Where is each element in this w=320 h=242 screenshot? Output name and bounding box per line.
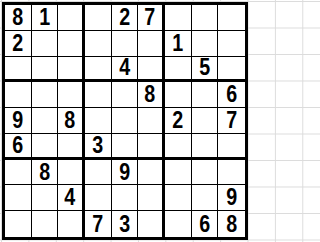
given-digit: 2 xyxy=(12,31,23,56)
sudoku-cell-r5c1[interactable]: 9 xyxy=(5,108,32,134)
sudoku-cell-r4c1[interactable] xyxy=(5,82,32,108)
given-digit: 6 xyxy=(199,212,210,237)
sudoku-cell-r4c5[interactable] xyxy=(112,82,139,108)
sudoku-cell-r7c8[interactable] xyxy=(192,160,219,186)
given-digit: 7 xyxy=(226,108,237,133)
sudoku-cell-r6c7[interactable] xyxy=(165,134,192,160)
sudoku-cell-r9c9[interactable]: 8 xyxy=(218,211,245,237)
sudoku-cell-r8c9[interactable]: 9 xyxy=(218,185,245,211)
sudoku-cell-r2c4[interactable] xyxy=(85,31,112,57)
sudoku-cell-r8c8[interactable] xyxy=(192,185,219,211)
sudoku-cell-r1c8[interactable] xyxy=(192,5,219,31)
given-digit: 3 xyxy=(92,134,103,158)
sudoku-cell-r4c2[interactable] xyxy=(32,82,59,108)
sudoku-cell-r3c9[interactable] xyxy=(218,57,245,83)
sudoku-cell-r1c5[interactable]: 2 xyxy=(112,5,139,31)
sudoku-cell-r2c3[interactable] xyxy=(58,31,85,57)
given-digit: 8 xyxy=(39,160,50,185)
sudoku-cell-r5c3[interactable]: 8 xyxy=(58,108,85,134)
sudoku-cell-r2c1[interactable]: 2 xyxy=(5,31,32,57)
sudoku-cell-r1c1[interactable]: 8 xyxy=(5,5,32,31)
sudoku-cell-r4c8[interactable] xyxy=(192,82,219,108)
sudoku-cell-r2c9[interactable] xyxy=(218,31,245,57)
sudoku-cell-r1c2[interactable]: 1 xyxy=(32,5,59,31)
sudoku-cell-r5c7[interactable]: 2 xyxy=(165,108,192,134)
sudoku-cell-r7c5[interactable]: 9 xyxy=(112,160,139,186)
sudoku-cell-r9c5[interactable]: 3 xyxy=(112,211,139,237)
sudoku-cell-r6c2[interactable] xyxy=(32,134,59,160)
sudoku-cell-r2c8[interactable] xyxy=(192,31,219,57)
sudoku-cell-r7c7[interactable] xyxy=(165,160,192,186)
sudoku-cell-r3c8[interactable]: 5 xyxy=(192,57,219,83)
sudoku-cell-r5c6[interactable] xyxy=(138,108,165,134)
given-digit: 6 xyxy=(12,134,23,158)
sudoku-cell-r5c2[interactable] xyxy=(32,108,59,134)
sudoku-cell-r4c7[interactable] xyxy=(165,82,192,108)
given-digit: 7 xyxy=(92,212,103,237)
sudoku-cell-r8c4[interactable] xyxy=(85,185,112,211)
sudoku-cell-r1c6[interactable]: 7 xyxy=(138,5,165,31)
given-digit: 9 xyxy=(119,160,130,185)
given-digit: 1 xyxy=(172,31,183,56)
page-background: { "game": "sudoku", "position": "81..27.… xyxy=(0,0,250,242)
given-digit: 9 xyxy=(226,185,237,210)
sudoku-cell-r6c3[interactable] xyxy=(58,134,85,160)
sudoku-cell-r9c3[interactable] xyxy=(58,211,85,237)
given-digit: 2 xyxy=(172,108,183,133)
sudoku-cell-r9c2[interactable] xyxy=(32,211,59,237)
sudoku-cell-r7c3[interactable] xyxy=(58,160,85,186)
sudoku-cell-r8c5[interactable] xyxy=(112,185,139,211)
given-digit: 9 xyxy=(12,108,23,133)
sudoku-cell-r7c9[interactable] xyxy=(218,160,245,186)
sudoku-cell-r8c7[interactable] xyxy=(165,185,192,211)
given-digit: 8 xyxy=(12,5,23,30)
given-digit: 8 xyxy=(226,212,237,237)
sudoku-cell-r2c5[interactable] xyxy=(112,31,139,57)
sudoku-cell-r5c5[interactable] xyxy=(112,108,139,134)
sudoku-cell-r5c9[interactable]: 7 xyxy=(218,108,245,134)
sudoku-cell-r6c4[interactable]: 3 xyxy=(85,134,112,160)
sudoku-cell-r9c6[interactable] xyxy=(138,211,165,237)
sudoku-cell-r3c4[interactable] xyxy=(85,57,112,83)
sudoku-cell-r7c6[interactable] xyxy=(138,160,165,186)
sudoku-cell-r1c4[interactable] xyxy=(85,5,112,31)
sudoku-cell-r7c2[interactable]: 8 xyxy=(32,160,59,186)
sudoku-cell-r5c8[interactable] xyxy=(192,108,219,134)
sudoku-cell-r4c4[interactable] xyxy=(85,82,112,108)
sudoku-cell-r3c3[interactable] xyxy=(58,57,85,83)
sudoku-cell-r1c3[interactable] xyxy=(58,5,85,31)
sudoku-cell-r2c2[interactable] xyxy=(32,31,59,57)
sudoku-cell-r9c7[interactable] xyxy=(165,211,192,237)
sudoku-cell-r8c6[interactable] xyxy=(138,185,165,211)
given-digit: 4 xyxy=(65,185,76,210)
sudoku-cell-r6c5[interactable] xyxy=(112,134,139,160)
given-digit: 5 xyxy=(199,57,210,81)
sudoku-cell-r5c4[interactable] xyxy=(85,108,112,134)
given-digit: 7 xyxy=(145,5,156,30)
sudoku-cell-r4c9[interactable]: 6 xyxy=(218,82,245,108)
sudoku-cell-r2c7[interactable]: 1 xyxy=(165,31,192,57)
sudoku-cell-r2c6[interactable] xyxy=(138,31,165,57)
sudoku-cell-r9c4[interactable]: 7 xyxy=(85,211,112,237)
sudoku-cell-r4c3[interactable] xyxy=(58,82,85,108)
sudoku-cell-r3c7[interactable] xyxy=(165,57,192,83)
given-digit: 4 xyxy=(119,57,130,81)
sudoku-cell-r6c1[interactable]: 6 xyxy=(5,134,32,160)
sudoku-cell-r6c8[interactable] xyxy=(192,134,219,160)
sudoku-cell-r1c9[interactable] xyxy=(218,5,245,31)
sudoku-cell-r8c1[interactable] xyxy=(5,185,32,211)
sudoku-cell-r6c6[interactable] xyxy=(138,134,165,160)
sudoku-cell-r9c8[interactable]: 6 xyxy=(192,211,219,237)
sudoku-cell-r7c4[interactable] xyxy=(85,160,112,186)
sudoku-cell-r4c6[interactable]: 8 xyxy=(138,82,165,108)
given-digit: 8 xyxy=(65,108,76,133)
sudoku-cell-r3c6[interactable] xyxy=(138,57,165,83)
sudoku-cell-r3c5[interactable]: 4 xyxy=(112,57,139,83)
given-digit: 2 xyxy=(119,5,130,30)
sudoku-cell-r3c1[interactable] xyxy=(5,57,32,83)
sudoku-cell-r8c3[interactable]: 4 xyxy=(58,185,85,211)
sudoku-cell-r8c2[interactable] xyxy=(32,185,59,211)
sudoku-cell-r9c1[interactable] xyxy=(5,211,32,237)
sudoku-cell-r1c7[interactable] xyxy=(165,5,192,31)
given-digit: 8 xyxy=(145,82,156,107)
sudoku-cell-r3c2[interactable] xyxy=(32,57,59,83)
given-digit: 3 xyxy=(119,212,130,237)
given-digit: 1 xyxy=(39,5,50,30)
given-digit: 6 xyxy=(226,82,237,107)
sudoku-cell-r7c1[interactable] xyxy=(5,160,32,186)
sudoku-board: 812721458698276389497368 xyxy=(2,2,248,240)
sudoku-cell-r6c9[interactable] xyxy=(218,134,245,160)
